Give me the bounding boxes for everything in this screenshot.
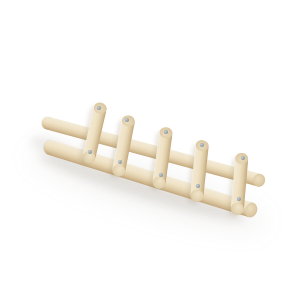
screw-rung3-lower: [159, 173, 163, 177]
screw-rung1-lower: [88, 150, 92, 154]
screw-rung3-upper: [164, 130, 168, 134]
ladder-render: [0, 0, 300, 300]
screw-rung5-upper: [241, 156, 245, 160]
screw-rung4-upper: [200, 143, 204, 147]
screw-rung5-lower: [237, 197, 241, 201]
screw-rung1-upper: [97, 106, 101, 110]
rail-upper-left-end: [39, 115, 54, 131]
rail-upper-right-end-cap: [252, 172, 267, 188]
screw-rung2-lower: [118, 160, 122, 164]
screw-rung2-upper: [125, 118, 129, 122]
screw-rung4-lower: [196, 184, 200, 188]
